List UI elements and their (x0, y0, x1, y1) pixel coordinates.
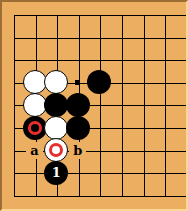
board-intersection (153, 26, 175, 49)
board-intersection (175, 71, 188, 94)
board-intersection (110, 26, 132, 49)
board-intersection (24, 49, 46, 72)
board-intersection (24, 116, 46, 139)
board-intersection (153, 3, 175, 26)
board-intersection (67, 116, 89, 139)
board-intersection (89, 139, 111, 162)
hoshi-square-mark (75, 80, 80, 85)
board-intersection (89, 49, 111, 72)
board-intersection (110, 116, 132, 139)
board-intersection (2, 116, 24, 139)
board-intersection (89, 184, 111, 207)
board-intersection (45, 184, 67, 207)
board-intersection (67, 3, 89, 26)
board-intersection (132, 116, 154, 139)
board-intersection (89, 162, 111, 185)
white-stone-circle-marked (44, 138, 68, 162)
board-intersection (132, 162, 154, 185)
board-intersection (175, 139, 188, 162)
board-intersection (45, 94, 67, 117)
board-grid: ab1 (2, 3, 188, 206)
board-intersection (175, 162, 188, 185)
board-intersection (89, 3, 111, 26)
board-intersection (132, 184, 154, 207)
board-intersection (2, 49, 24, 72)
black-stone (87, 70, 111, 94)
board-intersection (110, 162, 132, 185)
black-stone (66, 93, 90, 117)
board-intersection (24, 3, 46, 26)
board-intersection (24, 162, 46, 185)
point-label-a: a (26, 142, 43, 159)
board-intersection (132, 26, 154, 49)
board-intersection (110, 184, 132, 207)
board-intersection (132, 3, 154, 26)
board-intersection (67, 26, 89, 49)
board-intersection (175, 184, 188, 207)
point-label-b: b (69, 142, 86, 159)
board-intersection (110, 3, 132, 26)
board-intersection (67, 162, 89, 185)
board-intersection (67, 71, 89, 94)
board-intersection (132, 49, 154, 72)
board-intersection (153, 139, 175, 162)
board-intersection (175, 26, 188, 49)
board-intersection (153, 71, 175, 94)
board-intersection: b (67, 139, 89, 162)
board-intersection (110, 49, 132, 72)
board-intersection (89, 116, 111, 139)
board-intersection (89, 71, 111, 94)
board-intersection (24, 184, 46, 207)
board-intersection (110, 94, 132, 117)
board-intersection (153, 94, 175, 117)
board-intersection (67, 94, 89, 117)
board-intersection (2, 3, 24, 26)
board-intersection (153, 49, 175, 72)
board-intersection: 1 (45, 162, 67, 185)
board-intersection (45, 139, 67, 162)
white-stone (44, 70, 68, 94)
board-intersection (2, 26, 24, 49)
board-intersection (45, 49, 67, 72)
board-intersection (89, 26, 111, 49)
white-stone (44, 116, 68, 140)
board-intersection (2, 71, 24, 94)
board-intersection (175, 49, 188, 72)
board-intersection (175, 94, 188, 117)
board-intersection (2, 162, 24, 185)
board-intersection (132, 94, 154, 117)
board-intersection (24, 94, 46, 117)
board-intersection (45, 3, 67, 26)
white-stone (23, 93, 47, 117)
board-intersection (2, 94, 24, 117)
board-intersection (132, 139, 154, 162)
black-stone (44, 93, 68, 117)
black-stone-circle-marked (23, 116, 47, 140)
board-intersection (132, 71, 154, 94)
board-intersection: a (24, 139, 46, 162)
board-intersection (89, 94, 111, 117)
board-intersection (175, 3, 188, 26)
go-board: ab1 (0, 0, 188, 211)
board-intersection (110, 71, 132, 94)
board-intersection (153, 184, 175, 207)
board-intersection (110, 139, 132, 162)
board-intersection (24, 26, 46, 49)
board-intersection (2, 184, 24, 207)
board-intersection (45, 71, 67, 94)
board-intersection (45, 116, 67, 139)
black-stone-move-1: 1 (44, 161, 68, 185)
board-intersection (67, 49, 89, 72)
board-intersection (175, 116, 188, 139)
board-intersection (153, 116, 175, 139)
board-intersection (45, 26, 67, 49)
white-stone (23, 70, 47, 94)
board-intersection (2, 139, 24, 162)
board-intersection (67, 184, 89, 207)
board-intersection (24, 71, 46, 94)
black-stone (66, 116, 90, 140)
board-intersection (153, 162, 175, 185)
